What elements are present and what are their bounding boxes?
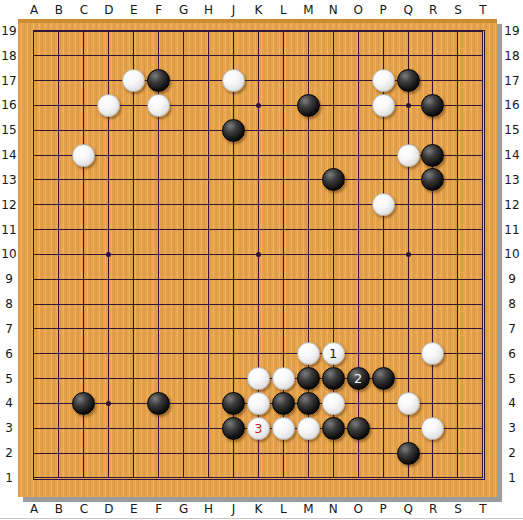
intersection-L8[interactable] — [271, 292, 296, 317]
intersection-K2[interactable] — [246, 441, 271, 466]
intersection-D1[interactable] — [96, 466, 121, 491]
intersection-D7[interactable] — [96, 317, 121, 342]
intersection-H6[interactable] — [196, 341, 221, 366]
intersection-M1[interactable] — [296, 466, 321, 491]
intersection-F13[interactable] — [146, 168, 171, 193]
intersection-F2[interactable] — [146, 441, 171, 466]
intersection-B7[interactable] — [46, 317, 71, 342]
intersection-P13[interactable] — [371, 168, 396, 193]
intersection-P9[interactable] — [371, 267, 396, 292]
intersection-F12[interactable] — [146, 192, 171, 217]
intersection-M16[interactable] — [296, 93, 321, 118]
intersection-K17[interactable] — [246, 68, 271, 93]
intersection-M2[interactable] — [296, 441, 321, 466]
intersection-L13[interactable] — [271, 168, 296, 193]
intersection-P18[interactable] — [371, 43, 396, 68]
intersection-G3[interactable] — [171, 416, 196, 441]
intersection-O7[interactable] — [346, 317, 371, 342]
intersection-B18[interactable] — [46, 43, 71, 68]
intersection-T9[interactable] — [470, 267, 495, 292]
intersection-K7[interactable] — [246, 317, 271, 342]
intersection-Q15[interactable] — [396, 118, 421, 143]
intersection-C15[interactable] — [71, 118, 96, 143]
intersection-B15[interactable] — [46, 118, 71, 143]
intersection-K14[interactable] — [246, 143, 271, 168]
intersection-R6[interactable] — [421, 341, 446, 366]
intersection-D12[interactable] — [96, 192, 121, 217]
intersection-T14[interactable] — [470, 143, 495, 168]
intersection-L4[interactable] — [271, 391, 296, 416]
intersection-Q14[interactable] — [396, 143, 421, 168]
intersection-R17[interactable] — [421, 68, 446, 93]
intersection-F8[interactable] — [146, 292, 171, 317]
intersection-N18[interactable] — [321, 43, 346, 68]
intersection-C1[interactable] — [71, 466, 96, 491]
intersection-F3[interactable] — [146, 416, 171, 441]
intersection-R1[interactable] — [421, 466, 446, 491]
intersection-S14[interactable] — [445, 143, 470, 168]
intersection-G17[interactable] — [171, 68, 196, 93]
intersection-N17[interactable] — [321, 68, 346, 93]
intersection-M11[interactable] — [296, 217, 321, 242]
intersection-B9[interactable] — [46, 267, 71, 292]
intersection-Q8[interactable] — [396, 292, 421, 317]
intersection-Q17[interactable] — [396, 68, 421, 93]
intersection-G12[interactable] — [171, 192, 196, 217]
intersection-J15[interactable] — [221, 118, 246, 143]
intersection-Q18[interactable] — [396, 43, 421, 68]
intersection-M10[interactable] — [296, 242, 321, 267]
intersection-L19[interactable] — [271, 19, 296, 44]
intersection-H18[interactable] — [196, 43, 221, 68]
intersection-O11[interactable] — [346, 217, 371, 242]
intersection-C8[interactable] — [71, 292, 96, 317]
intersection-G19[interactable] — [171, 19, 196, 44]
intersection-A7[interactable] — [22, 317, 47, 342]
intersection-K12[interactable] — [246, 192, 271, 217]
intersection-L15[interactable] — [271, 118, 296, 143]
intersection-N8[interactable] — [321, 292, 346, 317]
intersection-T5[interactable] — [470, 366, 495, 391]
intersection-Q2[interactable] — [396, 441, 421, 466]
intersection-L6[interactable] — [271, 341, 296, 366]
intersection-K3[interactable]: 3 — [246, 416, 271, 441]
intersection-S11[interactable] — [445, 217, 470, 242]
intersection-P12[interactable] — [371, 192, 396, 217]
intersection-O19[interactable] — [346, 19, 371, 44]
intersection-H4[interactable] — [196, 391, 221, 416]
intersection-K6[interactable] — [246, 341, 271, 366]
intersection-G14[interactable] — [171, 143, 196, 168]
intersection-A2[interactable] — [22, 441, 47, 466]
intersection-A16[interactable] — [22, 93, 47, 118]
intersection-T10[interactable] — [470, 242, 495, 267]
intersection-P11[interactable] — [371, 217, 396, 242]
intersection-T8[interactable] — [470, 292, 495, 317]
intersection-G11[interactable] — [171, 217, 196, 242]
intersection-S15[interactable] — [445, 118, 470, 143]
intersection-N10[interactable] — [321, 242, 346, 267]
intersection-E11[interactable] — [121, 217, 146, 242]
intersection-J14[interactable] — [221, 143, 246, 168]
intersection-J17[interactable] — [221, 68, 246, 93]
intersection-S1[interactable] — [445, 466, 470, 491]
intersection-L9[interactable] — [271, 267, 296, 292]
intersection-H15[interactable] — [196, 118, 221, 143]
intersection-C4[interactable] — [71, 391, 96, 416]
intersection-C16[interactable] — [71, 93, 96, 118]
intersection-M12[interactable] — [296, 192, 321, 217]
intersection-H10[interactable] — [196, 242, 221, 267]
intersection-L7[interactable] — [271, 317, 296, 342]
intersection-H2[interactable] — [196, 441, 221, 466]
intersection-P2[interactable] — [371, 441, 396, 466]
intersection-O15[interactable] — [346, 118, 371, 143]
intersection-C10[interactable] — [71, 242, 96, 267]
intersection-R8[interactable] — [421, 292, 446, 317]
intersection-G5[interactable] — [171, 366, 196, 391]
intersection-N4[interactable] — [321, 391, 346, 416]
intersection-N6[interactable]: 1 — [321, 341, 346, 366]
intersection-S16[interactable] — [445, 93, 470, 118]
intersection-N14[interactable] — [321, 143, 346, 168]
intersection-N5[interactable] — [321, 366, 346, 391]
intersection-A9[interactable] — [22, 267, 47, 292]
intersection-G4[interactable] — [171, 391, 196, 416]
intersection-J2[interactable] — [221, 441, 246, 466]
intersection-N9[interactable] — [321, 267, 346, 292]
intersection-R3[interactable] — [421, 416, 446, 441]
intersection-F18[interactable] — [146, 43, 171, 68]
intersection-B5[interactable] — [46, 366, 71, 391]
intersection-C5[interactable] — [71, 366, 96, 391]
intersection-N1[interactable] — [321, 466, 346, 491]
intersection-Q6[interactable] — [396, 341, 421, 366]
intersection-O12[interactable] — [346, 192, 371, 217]
intersection-D5[interactable] — [96, 366, 121, 391]
intersection-A3[interactable] — [22, 416, 47, 441]
intersection-C13[interactable] — [71, 168, 96, 193]
intersection-R7[interactable] — [421, 317, 446, 342]
intersection-B2[interactable] — [46, 441, 71, 466]
intersection-E2[interactable] — [121, 441, 146, 466]
intersection-E10[interactable] — [121, 242, 146, 267]
intersection-T11[interactable] — [470, 217, 495, 242]
intersection-P10[interactable] — [371, 242, 396, 267]
intersection-P1[interactable] — [371, 466, 396, 491]
intersection-B17[interactable] — [46, 68, 71, 93]
intersection-L11[interactable] — [271, 217, 296, 242]
intersection-L3[interactable] — [271, 416, 296, 441]
intersection-Q9[interactable] — [396, 267, 421, 292]
intersection-A6[interactable] — [22, 341, 47, 366]
intersection-A1[interactable] — [22, 466, 47, 491]
intersection-D3[interactable] — [96, 416, 121, 441]
intersection-C18[interactable] — [71, 43, 96, 68]
intersection-C12[interactable] — [71, 192, 96, 217]
intersection-B3[interactable] — [46, 416, 71, 441]
intersection-P4[interactable] — [371, 391, 396, 416]
intersection-M15[interactable] — [296, 118, 321, 143]
intersection-A5[interactable] — [22, 366, 47, 391]
intersection-O3[interactable] — [346, 416, 371, 441]
intersection-J5[interactable] — [221, 366, 246, 391]
intersection-J1[interactable] — [221, 466, 246, 491]
intersection-J13[interactable] — [221, 168, 246, 193]
intersection-M13[interactable] — [296, 168, 321, 193]
intersection-B8[interactable] — [46, 292, 71, 317]
intersection-J19[interactable] — [221, 19, 246, 44]
intersection-K8[interactable] — [246, 292, 271, 317]
intersection-H12[interactable] — [196, 192, 221, 217]
intersection-M6[interactable] — [296, 341, 321, 366]
intersection-S10[interactable] — [445, 242, 470, 267]
intersection-M7[interactable] — [296, 317, 321, 342]
intersection-E3[interactable] — [121, 416, 146, 441]
intersection-A11[interactable] — [22, 217, 47, 242]
intersection-P8[interactable] — [371, 292, 396, 317]
intersection-F1[interactable] — [146, 466, 171, 491]
intersection-T17[interactable] — [470, 68, 495, 93]
intersection-B4[interactable] — [46, 391, 71, 416]
intersection-P15[interactable] — [371, 118, 396, 143]
intersection-T13[interactable] — [470, 168, 495, 193]
intersection-R11[interactable] — [421, 217, 446, 242]
intersection-F15[interactable] — [146, 118, 171, 143]
intersection-F7[interactable] — [146, 317, 171, 342]
intersection-S7[interactable] — [445, 317, 470, 342]
intersection-H5[interactable] — [196, 366, 221, 391]
intersection-E16[interactable] — [121, 93, 146, 118]
intersection-S4[interactable] — [445, 391, 470, 416]
intersection-E13[interactable] — [121, 168, 146, 193]
intersection-S8[interactable] — [445, 292, 470, 317]
intersection-D17[interactable] — [96, 68, 121, 93]
intersection-G2[interactable] — [171, 441, 196, 466]
intersection-F14[interactable] — [146, 143, 171, 168]
intersection-J4[interactable] — [221, 391, 246, 416]
intersection-H1[interactable] — [196, 466, 221, 491]
intersection-A8[interactable] — [22, 292, 47, 317]
intersection-E17[interactable] — [121, 68, 146, 93]
intersection-O16[interactable] — [346, 93, 371, 118]
intersection-D19[interactable] — [96, 19, 121, 44]
intersection-T19[interactable] — [470, 19, 495, 44]
intersection-O17[interactable] — [346, 68, 371, 93]
intersection-G1[interactable] — [171, 466, 196, 491]
intersection-N19[interactable] — [321, 19, 346, 44]
intersection-J6[interactable] — [221, 341, 246, 366]
intersection-Q19[interactable] — [396, 19, 421, 44]
intersection-R5[interactable] — [421, 366, 446, 391]
intersection-B12[interactable] — [46, 192, 71, 217]
intersection-B6[interactable] — [46, 341, 71, 366]
intersection-K10[interactable] — [246, 242, 271, 267]
intersection-F16[interactable] — [146, 93, 171, 118]
intersection-M4[interactable] — [296, 391, 321, 416]
intersection-N7[interactable] — [321, 317, 346, 342]
intersection-A10[interactable] — [22, 242, 47, 267]
intersection-D10[interactable] — [96, 242, 121, 267]
intersection-B19[interactable] — [46, 19, 71, 44]
intersection-L16[interactable] — [271, 93, 296, 118]
intersection-K4[interactable] — [246, 391, 271, 416]
intersection-A19[interactable] — [22, 19, 47, 44]
intersection-A15[interactable] — [22, 118, 47, 143]
intersection-M5[interactable] — [296, 366, 321, 391]
intersection-B11[interactable] — [46, 217, 71, 242]
intersection-J9[interactable] — [221, 267, 246, 292]
intersection-J16[interactable] — [221, 93, 246, 118]
intersection-B1[interactable] — [46, 466, 71, 491]
intersection-K5[interactable] — [246, 366, 271, 391]
intersection-Q3[interactable] — [396, 416, 421, 441]
intersection-B14[interactable] — [46, 143, 71, 168]
intersection-R9[interactable] — [421, 267, 446, 292]
intersection-D13[interactable] — [96, 168, 121, 193]
intersection-H17[interactable] — [196, 68, 221, 93]
intersection-N16[interactable] — [321, 93, 346, 118]
intersection-Q7[interactable] — [396, 317, 421, 342]
intersection-P16[interactable] — [371, 93, 396, 118]
intersection-H3[interactable] — [196, 416, 221, 441]
intersection-D4[interactable] — [96, 391, 121, 416]
intersection-C17[interactable] — [71, 68, 96, 93]
intersection-G9[interactable] — [171, 267, 196, 292]
intersection-E14[interactable] — [121, 143, 146, 168]
intersection-E15[interactable] — [121, 118, 146, 143]
intersection-H9[interactable] — [196, 267, 221, 292]
intersection-C3[interactable] — [71, 416, 96, 441]
intersection-C2[interactable] — [71, 441, 96, 466]
intersection-S5[interactable] — [445, 366, 470, 391]
intersection-K18[interactable] — [246, 43, 271, 68]
intersection-M3[interactable] — [296, 416, 321, 441]
intersection-L5[interactable] — [271, 366, 296, 391]
intersection-E7[interactable] — [121, 317, 146, 342]
intersection-R12[interactable] — [421, 192, 446, 217]
intersection-N13[interactable] — [321, 168, 346, 193]
intersection-J12[interactable] — [221, 192, 246, 217]
intersection-M14[interactable] — [296, 143, 321, 168]
intersection-D2[interactable] — [96, 441, 121, 466]
intersection-O4[interactable] — [346, 391, 371, 416]
intersection-F6[interactable] — [146, 341, 171, 366]
intersection-L14[interactable] — [271, 143, 296, 168]
intersection-N2[interactable] — [321, 441, 346, 466]
intersection-N11[interactable] — [321, 217, 346, 242]
intersection-H19[interactable] — [196, 19, 221, 44]
intersection-C6[interactable] — [71, 341, 96, 366]
intersection-O1[interactable] — [346, 466, 371, 491]
intersection-A12[interactable] — [22, 192, 47, 217]
intersection-R15[interactable] — [421, 118, 446, 143]
intersection-R2[interactable] — [421, 441, 446, 466]
intersection-F9[interactable] — [146, 267, 171, 292]
intersection-C7[interactable] — [71, 317, 96, 342]
intersection-T18[interactable] — [470, 43, 495, 68]
intersection-L17[interactable] — [271, 68, 296, 93]
intersection-H16[interactable] — [196, 93, 221, 118]
intersection-F4[interactable] — [146, 391, 171, 416]
intersection-D18[interactable] — [96, 43, 121, 68]
intersection-O9[interactable] — [346, 267, 371, 292]
intersection-G10[interactable] — [171, 242, 196, 267]
intersection-O6[interactable] — [346, 341, 371, 366]
intersection-E18[interactable] — [121, 43, 146, 68]
intersection-J11[interactable] — [221, 217, 246, 242]
intersection-Q4[interactable] — [396, 391, 421, 416]
intersection-K16[interactable] — [246, 93, 271, 118]
intersection-S18[interactable] — [445, 43, 470, 68]
intersection-F5[interactable] — [146, 366, 171, 391]
intersection-Q5[interactable] — [396, 366, 421, 391]
intersection-K19[interactable] — [246, 19, 271, 44]
intersection-T12[interactable] — [470, 192, 495, 217]
intersection-L2[interactable] — [271, 441, 296, 466]
intersection-G7[interactable] — [171, 317, 196, 342]
intersection-E5[interactable] — [121, 366, 146, 391]
intersection-Q10[interactable] — [396, 242, 421, 267]
intersection-R14[interactable] — [421, 143, 446, 168]
intersection-H7[interactable] — [196, 317, 221, 342]
intersection-G8[interactable] — [171, 292, 196, 317]
intersection-N15[interactable] — [321, 118, 346, 143]
intersection-J7[interactable] — [221, 317, 246, 342]
intersection-T7[interactable] — [470, 317, 495, 342]
intersection-R16[interactable] — [421, 93, 446, 118]
intersection-J3[interactable] — [221, 416, 246, 441]
intersection-S13[interactable] — [445, 168, 470, 193]
intersection-G16[interactable] — [171, 93, 196, 118]
intersection-D15[interactable] — [96, 118, 121, 143]
intersection-M17[interactable] — [296, 68, 321, 93]
intersection-T2[interactable] — [470, 441, 495, 466]
intersection-C9[interactable] — [71, 267, 96, 292]
intersection-P19[interactable] — [371, 19, 396, 44]
intersection-B16[interactable] — [46, 93, 71, 118]
intersection-M9[interactable] — [296, 267, 321, 292]
intersection-H14[interactable] — [196, 143, 221, 168]
intersection-D11[interactable] — [96, 217, 121, 242]
intersection-Q1[interactable] — [396, 466, 421, 491]
intersection-O8[interactable] — [346, 292, 371, 317]
intersection-K9[interactable] — [246, 267, 271, 292]
intersection-E8[interactable] — [121, 292, 146, 317]
intersection-L12[interactable] — [271, 192, 296, 217]
intersection-B13[interactable] — [46, 168, 71, 193]
intersection-K11[interactable] — [246, 217, 271, 242]
intersection-S3[interactable] — [445, 416, 470, 441]
intersection-J10[interactable] — [221, 242, 246, 267]
intersection-L1[interactable] — [271, 466, 296, 491]
intersection-D14[interactable] — [96, 143, 121, 168]
intersection-G6[interactable] — [171, 341, 196, 366]
intersection-O13[interactable] — [346, 168, 371, 193]
intersection-M18[interactable] — [296, 43, 321, 68]
intersection-O14[interactable] — [346, 143, 371, 168]
intersection-S2[interactable] — [445, 441, 470, 466]
intersection-O2[interactable] — [346, 441, 371, 466]
intersection-T6[interactable] — [470, 341, 495, 366]
intersection-O5[interactable]: 2 — [346, 366, 371, 391]
intersection-L10[interactable] — [271, 242, 296, 267]
intersection-K1[interactable] — [246, 466, 271, 491]
intersection-M19[interactable] — [296, 19, 321, 44]
intersection-T4[interactable] — [470, 391, 495, 416]
intersection-F19[interactable] — [146, 19, 171, 44]
intersection-N12[interactable] — [321, 192, 346, 217]
